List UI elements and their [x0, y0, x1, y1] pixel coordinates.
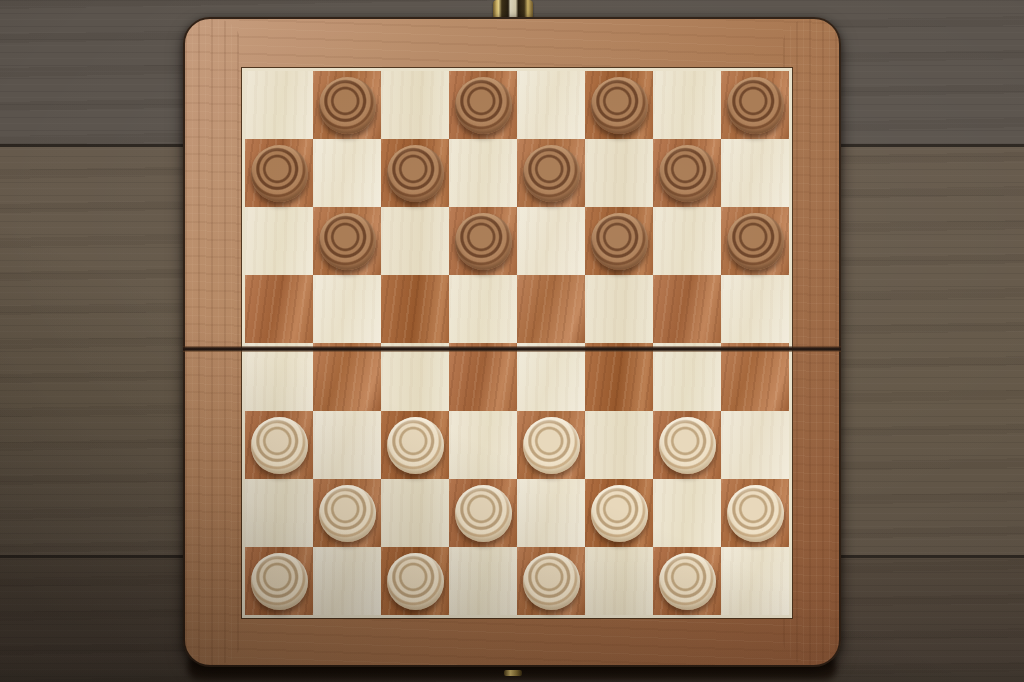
square-d5[interactable]: [449, 275, 517, 343]
light-checker-piece[interactable]: [251, 553, 308, 610]
square-h1[interactable]: [721, 547, 789, 615]
dark-checker-piece[interactable]: [251, 145, 308, 202]
square-g3[interactable]: [653, 411, 721, 479]
dark-checker-piece[interactable]: [591, 77, 648, 134]
square-a8[interactable]: [245, 71, 313, 139]
square-c6[interactable]: [381, 207, 449, 275]
square-g8[interactable]: [653, 71, 721, 139]
square-g7[interactable]: [653, 139, 721, 207]
square-f7[interactable]: [585, 139, 653, 207]
square-b5[interactable]: [313, 275, 381, 343]
square-d2[interactable]: [449, 479, 517, 547]
light-checker-piece[interactable]: [659, 417, 716, 474]
dark-checker-piece[interactable]: [523, 145, 580, 202]
light-checker-piece[interactable]: [319, 485, 376, 542]
square-b3[interactable]: [313, 411, 381, 479]
square-g1[interactable]: [653, 547, 721, 615]
square-e6[interactable]: [517, 207, 585, 275]
square-d1[interactable]: [449, 547, 517, 615]
square-h2[interactable]: [721, 479, 789, 547]
square-e1[interactable]: [517, 547, 585, 615]
square-d8[interactable]: [449, 71, 517, 139]
square-g6[interactable]: [653, 207, 721, 275]
light-checker-piece[interactable]: [727, 485, 784, 542]
square-h5[interactable]: [721, 275, 789, 343]
square-h7[interactable]: [721, 139, 789, 207]
dark-checker-piece[interactable]: [387, 145, 444, 202]
square-g5[interactable]: [653, 275, 721, 343]
dark-checker-piece[interactable]: [727, 213, 784, 270]
square-f1[interactable]: [585, 547, 653, 615]
light-checker-piece[interactable]: [455, 485, 512, 542]
square-h6[interactable]: [721, 207, 789, 275]
light-checker-piece[interactable]: [523, 417, 580, 474]
dark-checker-piece[interactable]: [319, 77, 376, 134]
square-f6[interactable]: [585, 207, 653, 275]
square-b4[interactable]: [313, 343, 381, 411]
square-d7[interactable]: [449, 139, 517, 207]
dark-checker-piece[interactable]: [727, 77, 784, 134]
square-h4[interactable]: [721, 343, 789, 411]
playing-field-border: [242, 68, 792, 618]
square-c4[interactable]: [381, 343, 449, 411]
light-checker-piece[interactable]: [523, 553, 580, 610]
square-e4[interactable]: [517, 343, 585, 411]
square-a1[interactable]: [245, 547, 313, 615]
light-checker-piece[interactable]: [387, 417, 444, 474]
square-e7[interactable]: [517, 139, 585, 207]
square-c7[interactable]: [381, 139, 449, 207]
square-g4[interactable]: [653, 343, 721, 411]
square-a2[interactable]: [245, 479, 313, 547]
light-checker-piece[interactable]: [251, 417, 308, 474]
light-checker-piece[interactable]: [387, 553, 444, 610]
dark-checker-piece[interactable]: [455, 77, 512, 134]
square-e5[interactable]: [517, 275, 585, 343]
light-checker-piece[interactable]: [591, 485, 648, 542]
checkers-board: [183, 17, 841, 667]
dark-checker-piece[interactable]: [591, 213, 648, 270]
square-e8[interactable]: [517, 71, 585, 139]
square-d6[interactable]: [449, 207, 517, 275]
square-h8[interactable]: [721, 71, 789, 139]
board-fold-seam: [183, 346, 841, 352]
square-a7[interactable]: [245, 139, 313, 207]
dark-checker-piece[interactable]: [319, 213, 376, 270]
dark-checker-piece[interactable]: [659, 145, 716, 202]
square-h3[interactable]: [721, 411, 789, 479]
square-e3[interactable]: [517, 411, 585, 479]
square-f5[interactable]: [585, 275, 653, 343]
square-b6[interactable]: [313, 207, 381, 275]
square-e2[interactable]: [517, 479, 585, 547]
square-f4[interactable]: [585, 343, 653, 411]
square-c5[interactable]: [381, 275, 449, 343]
square-d3[interactable]: [449, 411, 517, 479]
square-b1[interactable]: [313, 547, 381, 615]
frame-left-bar: [185, 19, 241, 665]
square-a3[interactable]: [245, 411, 313, 479]
square-f2[interactable]: [585, 479, 653, 547]
brass-latch: [504, 670, 522, 676]
square-b7[interactable]: [313, 139, 381, 207]
square-a5[interactable]: [245, 275, 313, 343]
square-a4[interactable]: [245, 343, 313, 411]
dark-checker-piece[interactable]: [455, 213, 512, 270]
square-c3[interactable]: [381, 411, 449, 479]
square-g2[interactable]: [653, 479, 721, 547]
square-f8[interactable]: [585, 71, 653, 139]
table-background: [0, 0, 1024, 682]
light-checker-piece[interactable]: [659, 553, 716, 610]
square-a6[interactable]: [245, 207, 313, 275]
square-c2[interactable]: [381, 479, 449, 547]
square-f3[interactable]: [585, 411, 653, 479]
playing-field: [245, 71, 789, 615]
square-c1[interactable]: [381, 547, 449, 615]
square-d4[interactable]: [449, 343, 517, 411]
square-b8[interactable]: [313, 71, 381, 139]
square-c8[interactable]: [381, 71, 449, 139]
square-b2[interactable]: [313, 479, 381, 547]
